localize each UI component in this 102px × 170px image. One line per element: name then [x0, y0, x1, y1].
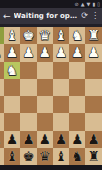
- black-pawn: ♟: [0, 131, 2, 148]
- square-e3[interactable]: [20, 62, 36, 79]
- square-e4[interactable]: [20, 79, 36, 96]
- square-e6[interactable]: [20, 113, 36, 130]
- black-pawn: ♟: [39, 131, 51, 148]
- square-a3[interactable]: [85, 62, 101, 79]
- black-bishop: ♝: [6, 148, 18, 165]
- square-d2[interactable]: ♟: [37, 44, 53, 61]
- square-d6[interactable]: [37, 113, 53, 130]
- square-f5[interactable]: [4, 96, 20, 113]
- white-pawn: ♟: [88, 44, 100, 61]
- phone-screen: ⊘ ▲ ▼ ▮ ▯ ← Waiting for opponent... ⟳ ⋮ …: [0, 0, 102, 170]
- white-knight: ♞: [71, 27, 83, 44]
- back-button[interactable]: ←: [3, 12, 11, 21]
- square-b1[interactable]: ♞: [69, 27, 85, 44]
- black-pawn: ♟: [22, 131, 34, 148]
- square-e7[interactable]: ♟: [20, 131, 36, 148]
- square-f3[interactable]: ♞: [4, 62, 20, 79]
- square-d8[interactable]: ♛: [37, 148, 53, 165]
- square-c7[interactable]: ♟: [53, 131, 69, 148]
- black-queen: ♛: [39, 148, 51, 165]
- signal-icon: ▮: [92, 2, 95, 7]
- square-f4[interactable]: [4, 79, 20, 96]
- square-b4[interactable]: [69, 79, 85, 96]
- square-b7[interactable]: ♟: [69, 131, 85, 148]
- square-a6[interactable]: [85, 113, 101, 130]
- battery-icon: ▯: [97, 2, 100, 7]
- square-f1[interactable]: ♝: [4, 27, 20, 44]
- square-d7[interactable]: ♟: [37, 131, 53, 148]
- white-pawn: ♟: [39, 44, 51, 61]
- square-c2[interactable]: ♟: [53, 44, 69, 61]
- refresh-button[interactable]: ⟳: [81, 12, 88, 20]
- square-c1[interactable]: ♝: [53, 27, 69, 44]
- white-pawn: ♟: [55, 44, 67, 61]
- square-b2[interactable]: ♟: [69, 44, 85, 61]
- white-pawn: ♟: [71, 44, 83, 61]
- square-f6[interactable]: [4, 113, 20, 130]
- square-c8[interactable]: ♝: [53, 148, 69, 165]
- square-a5[interactable]: [85, 96, 101, 113]
- black-rook: ♜: [88, 148, 100, 165]
- white-bishop: ♝: [6, 27, 18, 44]
- square-a2[interactable]: ♟: [85, 44, 101, 61]
- square-a4[interactable]: [85, 79, 101, 96]
- vibrate-icon: ▲: [81, 2, 85, 7]
- square-f2[interactable]: ♟: [4, 44, 20, 61]
- black-knight: ♞: [71, 148, 83, 165]
- black-pawn: ♟: [71, 131, 83, 148]
- square-d1[interactable]: ♛: [37, 27, 53, 44]
- square-d5[interactable]: [37, 96, 53, 113]
- square-f8[interactable]: ♝: [4, 148, 20, 165]
- black-pawn: ♟: [6, 131, 18, 148]
- white-pawn: ♟: [6, 44, 18, 61]
- white-queen: ♛: [39, 27, 51, 44]
- black-pawn: ♟: [55, 131, 67, 148]
- square-f7[interactable]: ♟: [4, 131, 20, 148]
- white-knight: ♞: [6, 62, 18, 79]
- square-a8[interactable]: ♜: [85, 148, 101, 165]
- white-pawn: ♟: [0, 44, 2, 61]
- square-d4[interactable]: [37, 79, 53, 96]
- overflow-menu-button[interactable]: ⋮: [91, 12, 99, 20]
- square-c5[interactable]: [53, 96, 69, 113]
- bottom-strip: [0, 165, 102, 170]
- app-toolbar: ← Waiting for opponent... ⟳ ⋮: [0, 8, 102, 25]
- square-c6[interactable]: [53, 113, 69, 130]
- white-pawn: ♟: [22, 44, 34, 61]
- square-b5[interactable]: [69, 96, 85, 113]
- square-b8[interactable]: ♞: [69, 148, 85, 165]
- black-bishop: ♝: [55, 148, 67, 165]
- wifi-icon: ▼: [87, 2, 91, 7]
- square-e5[interactable]: [20, 96, 36, 113]
- black-pawn: ♟: [88, 131, 100, 148]
- black-knight: ♞: [0, 148, 2, 165]
- square-d3[interactable]: [37, 62, 53, 79]
- white-rook: ♜: [88, 27, 100, 44]
- square-e8[interactable]: ♚: [20, 148, 36, 165]
- black-king: ♚: [22, 148, 34, 165]
- do-not-disturb-icon: ⊘: [75, 2, 79, 7]
- square-c3[interactable]: [53, 62, 69, 79]
- chess-board-viewport: ♜♝♚♛♝♞♜♟♟♟♟♟♟♟♟♞♟♟♟♟♟♟♟♟♜♞♝♚♛♝♞♜: [0, 27, 102, 165]
- status-bar: ⊘ ▲ ▼ ▮ ▯: [0, 0, 102, 8]
- square-b6[interactable]: [69, 113, 85, 130]
- page-title: Waiting for opponent...: [14, 12, 79, 20]
- square-b3[interactable]: [69, 62, 85, 79]
- white-bishop: ♝: [55, 27, 67, 44]
- chess-board: ♜♝♚♛♝♞♜♟♟♟♟♟♟♟♟♞♟♟♟♟♟♟♟♟♜♞♝♚♛♝♞♜: [0, 27, 102, 165]
- white-king: ♚: [22, 27, 34, 44]
- square-c4[interactable]: [53, 79, 69, 96]
- square-e2[interactable]: ♟: [20, 44, 36, 61]
- square-e1[interactable]: ♚: [20, 27, 36, 44]
- square-a7[interactable]: ♟: [85, 131, 101, 148]
- square-a1[interactable]: ♜: [85, 27, 101, 44]
